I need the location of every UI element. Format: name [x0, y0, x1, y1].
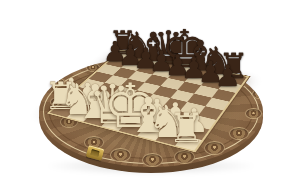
- chess-set-scene: ♜♞♝♛♚♝♞♜♟♟♟♟♟♟♟♟♟♟♟♟♟♟♟♟♜♞♝♛♚♝♞♜: [0, 0, 300, 185]
- white-rook[interactable]: ♜: [168, 108, 204, 149]
- pieces-layer: ♜♞♝♛♚♝♞♜♟♟♟♟♟♟♟♟♟♟♟♟♟♟♟♟♜♞♝♛♚♝♞♜: [0, 0, 300, 185]
- black-pawn[interactable]: ♟: [215, 62, 241, 91]
- clasp-slot: [90, 149, 99, 157]
